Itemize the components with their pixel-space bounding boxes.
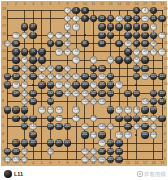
- intersection[interactable]: 189: [115, 114, 124, 122]
- intersection[interactable]: 223: [46, 139, 55, 147]
- intersection[interactable]: 199: [46, 122, 55, 130]
- intersection[interactable]: 8: [72, 15, 81, 23]
- intersection[interactable]: 237: [98, 147, 107, 155]
- intersection[interactable]: [3, 122, 12, 130]
- intersection[interactable]: [89, 48, 98, 56]
- intersection[interactable]: 110: [80, 98, 89, 106]
- intersection[interactable]: [115, 6, 124, 14]
- intersection[interactable]: 145: [55, 89, 64, 97]
- intersection[interactable]: 209: [29, 131, 38, 139]
- intersection[interactable]: 132: [55, 114, 64, 122]
- intersection[interactable]: 98: [115, 81, 124, 89]
- intersection[interactable]: 163: [46, 98, 55, 106]
- intersection[interactable]: 7: [149, 6, 158, 14]
- intersection[interactable]: 185: [29, 114, 38, 122]
- intersection[interactable]: [29, 81, 38, 89]
- intersection[interactable]: [46, 15, 55, 23]
- intersection[interactable]: [20, 131, 29, 139]
- intersection[interactable]: 126: [115, 106, 124, 114]
- intersection[interactable]: [115, 98, 124, 106]
- intersection[interactable]: 56: [72, 56, 81, 64]
- intersection[interactable]: [55, 15, 64, 23]
- intersection[interactable]: 25: [20, 23, 29, 31]
- intersection[interactable]: 119: [132, 73, 141, 81]
- intersection[interactable]: [80, 23, 89, 31]
- intersection[interactable]: 239: [106, 147, 115, 155]
- intersection[interactable]: 165: [149, 98, 158, 106]
- intersection[interactable]: 150: [132, 122, 141, 130]
- intersection[interactable]: 122: [55, 106, 64, 114]
- intersection[interactable]: [123, 64, 132, 72]
- intersection[interactable]: [98, 106, 107, 114]
- intersection[interactable]: [55, 56, 64, 64]
- intersection[interactable]: [149, 139, 158, 147]
- intersection[interactable]: [89, 139, 98, 147]
- intersection[interactable]: 156: [115, 131, 124, 139]
- intersection[interactable]: 88: [12, 81, 21, 89]
- intersection[interactable]: 35: [123, 23, 132, 31]
- intersection[interactable]: 84: [98, 73, 107, 81]
- intersection[interactable]: 60: [106, 56, 115, 64]
- intersection[interactable]: [115, 64, 124, 72]
- intersection[interactable]: [80, 114, 89, 122]
- intersection[interactable]: 18: [149, 23, 158, 31]
- intersection[interactable]: [89, 122, 98, 130]
- intersection[interactable]: 183: [20, 114, 29, 122]
- intersection[interactable]: 94: [63, 81, 72, 89]
- intersection[interactable]: [12, 131, 21, 139]
- intersection[interactable]: 229: [106, 139, 115, 147]
- intersection[interactable]: [3, 98, 12, 106]
- intersection[interactable]: 191: [123, 114, 132, 122]
- intersection[interactable]: [55, 23, 64, 31]
- intersection[interactable]: 109: [12, 73, 21, 81]
- intersection[interactable]: 139: [12, 89, 21, 97]
- intersection[interactable]: [72, 147, 81, 155]
- intersection[interactable]: 75: [29, 48, 38, 56]
- intersection[interactable]: 147: [89, 89, 98, 97]
- intersection[interactable]: 95: [29, 64, 38, 72]
- intersection[interactable]: [132, 139, 141, 147]
- intersection[interactable]: 151: [106, 89, 115, 97]
- intersection[interactable]: 211: [80, 131, 89, 139]
- intersection[interactable]: [149, 56, 158, 64]
- intersection[interactable]: [37, 6, 46, 14]
- intersection[interactable]: 102: [63, 89, 72, 97]
- intersection[interactable]: [123, 147, 132, 155]
- intersection[interactable]: 38: [149, 39, 158, 47]
- intersection[interactable]: [20, 39, 29, 47]
- intersection[interactable]: 12: [141, 15, 150, 23]
- intersection[interactable]: [72, 64, 81, 72]
- intersection[interactable]: [37, 114, 46, 122]
- intersection[interactable]: 134: [72, 114, 81, 122]
- intersection[interactable]: 201: [55, 122, 64, 130]
- intersection[interactable]: 137: [106, 81, 115, 89]
- intersection[interactable]: 51: [141, 31, 150, 39]
- intersection[interactable]: 104: [72, 89, 81, 97]
- intersection[interactable]: 158: [123, 131, 132, 139]
- intersection[interactable]: 231: [115, 139, 124, 147]
- intersection[interactable]: 89: [123, 56, 132, 64]
- intersection[interactable]: [29, 106, 38, 114]
- intersection[interactable]: 133: [80, 81, 89, 89]
- intersection[interactable]: 117: [106, 73, 115, 81]
- intersection[interactable]: 31: [106, 23, 115, 31]
- intersection[interactable]: 91: [141, 56, 150, 64]
- intersection[interactable]: 169: [3, 106, 12, 114]
- intersection[interactable]: 90: [20, 81, 29, 89]
- intersection[interactable]: 22: [20, 31, 29, 39]
- intersection[interactable]: 140: [149, 114, 158, 122]
- intersection[interactable]: 187: [46, 114, 55, 122]
- intersection[interactable]: 179: [149, 106, 158, 114]
- intersection[interactable]: 213: [98, 131, 107, 139]
- intersection[interactable]: 65: [115, 39, 124, 47]
- intersection[interactable]: [37, 89, 46, 97]
- intersection[interactable]: [80, 139, 89, 147]
- intersection[interactable]: 127: [37, 81, 46, 89]
- intersection[interactable]: 41: [29, 31, 38, 39]
- intersection[interactable]: 37: [132, 23, 141, 31]
- intersection[interactable]: 1: [72, 6, 81, 14]
- intersection[interactable]: [149, 64, 158, 72]
- intersection[interactable]: 86: [141, 73, 150, 81]
- intersection[interactable]: 93: [12, 64, 21, 72]
- intersection[interactable]: [63, 56, 72, 64]
- intersection[interactable]: 129: [46, 81, 55, 89]
- intersection[interactable]: 193: [132, 114, 141, 122]
- intersection[interactable]: [115, 122, 124, 130]
- intersection[interactable]: 81: [12, 56, 21, 64]
- intersection[interactable]: [149, 147, 158, 155]
- intersection[interactable]: 66: [37, 64, 46, 72]
- intersection[interactable]: 135: [98, 81, 107, 89]
- intersection[interactable]: 142: [29, 122, 38, 130]
- intersection[interactable]: 106: [80, 89, 89, 97]
- intersection[interactable]: [12, 122, 21, 130]
- intersection[interactable]: 164: [20, 147, 29, 155]
- intersection[interactable]: 161: [29, 98, 38, 106]
- intersection[interactable]: [123, 139, 132, 147]
- intersection[interactable]: [72, 39, 81, 47]
- intersection[interactable]: [106, 131, 115, 139]
- intersection[interactable]: 45: [106, 31, 115, 39]
- intersection[interactable]: [115, 31, 124, 39]
- intersection[interactable]: 105: [141, 64, 150, 72]
- intersection[interactable]: 67: [132, 39, 141, 47]
- intersection[interactable]: 79: [123, 48, 132, 56]
- intersection[interactable]: 160: [149, 131, 158, 139]
- intersection[interactable]: 29: [98, 23, 107, 31]
- intersection[interactable]: 157: [149, 89, 158, 97]
- intersection[interactable]: 54: [20, 56, 29, 64]
- intersection[interactable]: 97: [55, 64, 64, 72]
- intersection[interactable]: 166: [46, 147, 55, 155]
- intersection[interactable]: [106, 6, 115, 14]
- intersection[interactable]: [106, 39, 115, 47]
- intersection[interactable]: 235: [12, 147, 21, 155]
- intersection[interactable]: 101: [98, 64, 107, 72]
- intersection[interactable]: 76: [46, 73, 55, 81]
- intersection[interactable]: [37, 122, 46, 130]
- intersection[interactable]: [89, 106, 98, 114]
- intersection[interactable]: [12, 23, 21, 31]
- intersection[interactable]: [132, 131, 141, 139]
- intersection[interactable]: 71: [12, 48, 21, 56]
- intersection[interactable]: [89, 6, 98, 14]
- intersection[interactable]: 197: [20, 122, 29, 130]
- intersection[interactable]: [46, 23, 55, 31]
- intersection[interactable]: [55, 98, 64, 106]
- intersection[interactable]: [46, 6, 55, 14]
- intersection[interactable]: [80, 56, 89, 64]
- intersection[interactable]: 215: [141, 131, 150, 139]
- intersection[interactable]: 59: [55, 39, 64, 47]
- intersection[interactable]: 217: [12, 139, 21, 147]
- intersection[interactable]: 170: [89, 147, 98, 155]
- intersection[interactable]: [3, 114, 12, 122]
- intersection[interactable]: [46, 56, 55, 64]
- intersection[interactable]: 40: [55, 48, 64, 56]
- intersection[interactable]: 83: [29, 56, 38, 64]
- intersection[interactable]: [46, 131, 55, 139]
- intersection[interactable]: [20, 15, 29, 23]
- intersection[interactable]: 138: [141, 114, 150, 122]
- intersection[interactable]: 141: [29, 89, 38, 97]
- intersection[interactable]: [123, 73, 132, 81]
- intersection[interactable]: [46, 48, 55, 56]
- intersection[interactable]: 27: [29, 23, 38, 31]
- intersection[interactable]: 149: [98, 89, 107, 97]
- intersection[interactable]: 14: [63, 23, 72, 31]
- intersection[interactable]: [3, 139, 12, 147]
- intersection[interactable]: 73: [20, 48, 29, 56]
- intersection[interactable]: 153: [123, 89, 132, 97]
- intersection[interactable]: 177: [141, 106, 150, 114]
- intersection[interactable]: [72, 139, 81, 147]
- intersection[interactable]: 92: [55, 81, 64, 89]
- intersection[interactable]: 2: [63, 6, 72, 14]
- intersection[interactable]: 99: [89, 64, 98, 72]
- intersection[interactable]: 148: [106, 122, 115, 130]
- intersection[interactable]: 47: [123, 31, 132, 39]
- intersection[interactable]: 42: [63, 48, 72, 56]
- intersection[interactable]: [115, 48, 124, 56]
- intersection[interactable]: 225: [55, 139, 64, 147]
- intersection[interactable]: [89, 23, 98, 31]
- intersection[interactable]: 114: [98, 98, 107, 106]
- intersection[interactable]: 155: [132, 89, 141, 97]
- intersection[interactable]: 3: [80, 6, 89, 14]
- intersection[interactable]: [63, 114, 72, 122]
- intersection[interactable]: 15: [106, 15, 115, 23]
- intersection[interactable]: [55, 6, 64, 14]
- intersection[interactable]: 219: [20, 139, 29, 147]
- intersection[interactable]: [98, 6, 107, 14]
- intersection[interactable]: [37, 39, 46, 47]
- intersection[interactable]: 203: [63, 122, 72, 130]
- intersection[interactable]: 9: [80, 15, 89, 23]
- intersection[interactable]: 57: [46, 39, 55, 47]
- intersection[interactable]: [89, 31, 98, 39]
- intersection[interactable]: [29, 15, 38, 23]
- intersection[interactable]: [72, 31, 81, 39]
- intersection[interactable]: 63: [98, 39, 107, 47]
- intersection[interactable]: [80, 48, 89, 56]
- intersection[interactable]: 16: [72, 23, 81, 31]
- intersection[interactable]: 74: [37, 73, 46, 81]
- intersection[interactable]: 173: [20, 106, 29, 114]
- intersection[interactable]: 128: [123, 106, 132, 114]
- intersection[interactable]: 108: [20, 98, 29, 106]
- intersection[interactable]: 131: [72, 81, 81, 89]
- intersection[interactable]: 21: [149, 15, 158, 23]
- intersection[interactable]: [80, 31, 89, 39]
- intersection[interactable]: 96: [89, 81, 98, 89]
- intersection[interactable]: [37, 139, 46, 147]
- intersection[interactable]: 162: [98, 139, 107, 147]
- intersection[interactable]: 61: [80, 39, 89, 47]
- intersection[interactable]: [29, 147, 38, 155]
- intersection[interactable]: 116: [141, 98, 150, 106]
- intersection[interactable]: [123, 81, 132, 89]
- intersection[interactable]: [149, 81, 158, 89]
- intersection[interactable]: 43: [98, 31, 107, 39]
- intersection[interactable]: [132, 98, 141, 106]
- intersection[interactable]: 221: [29, 139, 38, 147]
- intersection[interactable]: 87: [115, 56, 124, 64]
- intersection[interactable]: [63, 106, 72, 114]
- intersection[interactable]: [12, 98, 21, 106]
- intersection[interactable]: 39: [141, 23, 150, 31]
- intersection[interactable]: 144: [80, 122, 89, 130]
- intersection[interactable]: [63, 98, 72, 106]
- intersection[interactable]: 26: [55, 31, 64, 39]
- intersection[interactable]: 34: [63, 39, 72, 47]
- intersection[interactable]: [123, 98, 132, 106]
- intersection[interactable]: [37, 147, 46, 155]
- intersection[interactable]: 77: [37, 48, 46, 56]
- intersection[interactable]: [106, 48, 115, 56]
- intersection[interactable]: [80, 106, 89, 114]
- intersection[interactable]: 50: [149, 48, 158, 56]
- intersection[interactable]: [106, 98, 115, 106]
- intersection[interactable]: 181: [12, 114, 21, 122]
- intersection[interactable]: 100: [20, 89, 29, 97]
- intersection[interactable]: [141, 139, 150, 147]
- intersection[interactable]: 4: [141, 6, 150, 14]
- intersection[interactable]: [37, 31, 46, 39]
- intersection[interactable]: [55, 131, 64, 139]
- intersection[interactable]: 111: [29, 73, 38, 81]
- intersection[interactable]: 103: [132, 64, 141, 72]
- intersection[interactable]: [132, 147, 141, 155]
- intersection[interactable]: [141, 147, 150, 155]
- intersection[interactable]: [141, 89, 150, 97]
- intersection[interactable]: 36: [123, 39, 132, 47]
- intersection[interactable]: [37, 98, 46, 106]
- intersection[interactable]: [98, 114, 107, 122]
- intersection[interactable]: [29, 39, 38, 47]
- intersection[interactable]: 115: [89, 73, 98, 81]
- intersection[interactable]: 233: [3, 147, 12, 155]
- intersection[interactable]: 68: [46, 64, 55, 72]
- intersection[interactable]: [12, 15, 21, 23]
- intersection[interactable]: 113: [80, 73, 89, 81]
- intersection[interactable]: 70: [63, 64, 72, 72]
- intersection[interactable]: 10: [115, 15, 124, 23]
- intersection[interactable]: 11: [89, 15, 98, 23]
- intersection[interactable]: 121: [149, 73, 158, 81]
- intersection[interactable]: 85: [37, 56, 46, 64]
- intersection[interactable]: 58: [89, 56, 98, 64]
- intersection[interactable]: 49: [132, 31, 141, 39]
- intersection[interactable]: 120: [46, 106, 55, 114]
- intersection[interactable]: 168: [80, 147, 89, 155]
- intersection[interactable]: [63, 131, 72, 139]
- intersection[interactable]: 62: [132, 56, 141, 64]
- intersection[interactable]: 171: [12, 106, 21, 114]
- intersection[interactable]: 205: [123, 122, 132, 130]
- intersection[interactable]: 175: [106, 106, 115, 114]
- intersection[interactable]: [115, 89, 124, 97]
- intersection[interactable]: [37, 131, 46, 139]
- intersection[interactable]: [63, 147, 72, 155]
- intersection[interactable]: [72, 131, 81, 139]
- intersection[interactable]: 82: [72, 73, 81, 81]
- intersection[interactable]: [106, 64, 115, 72]
- intersection[interactable]: 227: [63, 139, 72, 147]
- intersection[interactable]: 6: [63, 15, 72, 23]
- intersection[interactable]: 20: [12, 31, 21, 39]
- intersection[interactable]: 130: [132, 106, 141, 114]
- intersection[interactable]: 13: [98, 15, 107, 23]
- intersection[interactable]: 64: [20, 64, 29, 72]
- intersection[interactable]: 154: [89, 131, 98, 139]
- intersection[interactable]: [20, 6, 29, 14]
- go-board[interactable]: 2135476891113151017191221232527141629313…: [1, 1, 167, 166]
- intersection[interactable]: 152: [149, 122, 158, 130]
- intersection[interactable]: 136: [89, 114, 98, 122]
- intersection[interactable]: [29, 6, 38, 14]
- intersection[interactable]: [37, 15, 46, 23]
- intersection[interactable]: [106, 114, 115, 122]
- intersection[interactable]: 207: [141, 122, 150, 130]
- intersection[interactable]: [72, 98, 81, 106]
- intersection[interactable]: 112: [89, 98, 98, 106]
- intersection[interactable]: [89, 39, 98, 47]
- intersection[interactable]: [80, 64, 89, 72]
- intersection[interactable]: 80: [63, 73, 72, 81]
- intersection[interactable]: [123, 6, 132, 14]
- intersection[interactable]: 46: [132, 48, 141, 56]
- intersection[interactable]: 146: [98, 122, 107, 130]
- intersection[interactable]: 5: [132, 6, 141, 14]
- intersection[interactable]: [55, 147, 64, 155]
- intersection[interactable]: 69: [141, 39, 150, 47]
- intersection[interactable]: [12, 6, 21, 14]
- intersection[interactable]: 143: [46, 89, 55, 97]
- intersection[interactable]: [98, 48, 107, 56]
- intersection[interactable]: 28: [63, 31, 72, 39]
- intersection[interactable]: [3, 131, 12, 139]
- intersection[interactable]: 33: [115, 23, 124, 31]
- intersection[interactable]: [72, 122, 81, 130]
- intersection[interactable]: [37, 23, 46, 31]
- intersection[interactable]: [115, 73, 124, 81]
- intersection[interactable]: [98, 56, 107, 64]
